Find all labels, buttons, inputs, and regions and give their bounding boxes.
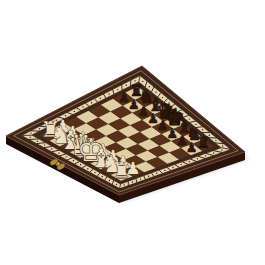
- inlay-dot: [132, 181, 133, 182]
- inlay-dot: [44, 144, 45, 145]
- inlay-dot: [221, 149, 222, 150]
- chess-board: ♜♞♝♛♚♝♞♜♟♟♟♟♟♟♟♟♟♟♟♟♟♟♟♟♜♞♝♛♚♝♞♜: [0, 0, 265, 265]
- inlay-dot: [172, 167, 173, 168]
- inlay-dot: [164, 170, 165, 171]
- inlay-dot: [87, 168, 88, 169]
- inlay-dot: [181, 164, 182, 165]
- brass-clasp-highlight: [58, 163, 60, 165]
- piece-white-rook-h1: ♜: [112, 158, 132, 183]
- inlay-dot: [109, 180, 110, 181]
- product-photo: ♜♞♝♛♚♝♞♜♟♟♟♟♟♟♟♟♟♟♟♟♟♟♟♟♜♞♝♛♚♝♞♜: [0, 0, 265, 265]
- inlay-dot: [116, 184, 117, 185]
- inlay-dot: [213, 152, 214, 153]
- inlay-dot: [189, 161, 190, 162]
- inlay-tick: [29, 139, 39, 140]
- inlay-dot: [202, 129, 203, 130]
- inlay-dot: [124, 184, 125, 185]
- inlay-dot: [82, 106, 83, 107]
- inlay-dot: [197, 158, 198, 159]
- inlay-dot: [91, 102, 92, 103]
- inlay-dot: [215, 140, 216, 141]
- inlay-dot: [148, 176, 149, 177]
- inlay-dot: [126, 85, 127, 86]
- inlay-dot: [222, 145, 223, 146]
- inlay-dot: [140, 178, 141, 179]
- inlay-dot: [37, 141, 38, 142]
- inlay-dot: [100, 98, 101, 99]
- inlay-dot: [156, 173, 157, 174]
- inlay-dot: [74, 111, 75, 112]
- inlay-dot: [30, 132, 31, 133]
- brass-clasp-pin: [56, 162, 60, 166]
- piece-black-rook-h8: ♜: [196, 134, 210, 152]
- inlay-dot: [30, 137, 31, 138]
- inlay-dot: [66, 156, 67, 157]
- piece-black-pawn-h7: ♟: [186, 140, 198, 155]
- inlay-dot: [108, 93, 109, 94]
- inlay-dot: [205, 155, 206, 156]
